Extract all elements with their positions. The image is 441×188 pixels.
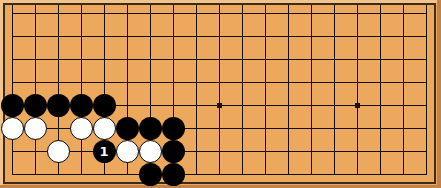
intersection-c10-r4 (231, 94, 254, 117)
intersection-c17-r7 (392, 163, 415, 186)
intersection-c18-r7 (415, 163, 438, 186)
intersection-c11-r6 (254, 140, 277, 163)
intersection-c10-r0 (231, 2, 254, 25)
intersection-c11-r3 (254, 71, 277, 94)
intersection-c7-r5 (162, 117, 185, 140)
intersection-c9-r1 (208, 25, 231, 48)
intersection-c7-r0 (162, 2, 185, 25)
intersection-c1-r6 (24, 140, 47, 163)
intersection-c14-r7 (323, 163, 346, 186)
black-stone (139, 163, 162, 186)
intersection-c18-r4 (415, 94, 438, 117)
intersection-c4-r6: 1 (93, 140, 116, 163)
intersection-c2-r3 (47, 71, 70, 94)
intersection-c5-r1 (116, 25, 139, 48)
intersection-c16-r6 (369, 140, 392, 163)
intersection-c15-r6 (346, 140, 369, 163)
intersection-c8-r1 (185, 25, 208, 48)
intersection-c0-r5 (1, 117, 24, 140)
intersection-c17-r6 (392, 140, 415, 163)
intersection-c14-r0 (323, 2, 346, 25)
white-stone (139, 140, 162, 163)
intersection-c5-r3 (116, 71, 139, 94)
intersection-c0-r6 (1, 140, 24, 163)
intersection-c3-r5 (70, 117, 93, 140)
white-stone (93, 117, 116, 140)
intersection-c1-r3 (24, 71, 47, 94)
black-stone (139, 117, 162, 140)
intersection-c6-r5 (139, 117, 162, 140)
intersection-c12-r6 (277, 140, 300, 163)
intersection-c3-r2 (70, 48, 93, 71)
intersection-c7-r3 (162, 71, 185, 94)
intersection-c12-r3 (277, 71, 300, 94)
intersection-c3-r1 (70, 25, 93, 48)
black-stone (116, 117, 139, 140)
intersection-c1-r2 (24, 48, 47, 71)
intersection-c12-r0 (277, 2, 300, 25)
intersection-c6-r7 (139, 163, 162, 186)
intersection-c12-r7 (277, 163, 300, 186)
intersection-c10-r6 (231, 140, 254, 163)
intersection-c12-r1 (277, 25, 300, 48)
intersection-c8-r6 (185, 140, 208, 163)
move-number-label: 1 (99, 145, 108, 158)
intersection-c13-r5 (300, 117, 323, 140)
intersection-c10-r3 (231, 71, 254, 94)
intersection-c15-r5 (346, 117, 369, 140)
intersection-c4-r1 (93, 25, 116, 48)
intersection-c13-r3 (300, 71, 323, 94)
intersection-c12-r4 (277, 94, 300, 117)
intersection-c10-r5 (231, 117, 254, 140)
intersection-c0-r2 (1, 48, 24, 71)
intersection-c10-r1 (231, 25, 254, 48)
intersection-c1-r5 (24, 117, 47, 140)
intersection-c3-r3 (70, 71, 93, 94)
intersection-c8-r2 (185, 48, 208, 71)
intersection-c16-r4 (369, 94, 392, 117)
intersection-c7-r1 (162, 25, 185, 48)
intersection-c12-r5 (277, 117, 300, 140)
intersection-c2-r5 (47, 117, 70, 140)
intersection-c4-r0 (93, 2, 116, 25)
intersection-c1-r1 (24, 25, 47, 48)
intersection-c2-r1 (47, 25, 70, 48)
intersection-c4-r4 (93, 94, 116, 117)
intersection-c5-r4 (116, 94, 139, 117)
intersection-c5-r7 (116, 163, 139, 186)
intersection-c9-r6 (208, 140, 231, 163)
intersection-c4-r3 (93, 71, 116, 94)
black-stone (1, 94, 24, 117)
black-stone (93, 94, 116, 117)
intersection-c6-r6 (139, 140, 162, 163)
intersection-c5-r5 (116, 117, 139, 140)
intersection-c11-r2 (254, 48, 277, 71)
intersection-c8-r4 (185, 94, 208, 117)
intersection-c18-r2 (415, 48, 438, 71)
intersection-c13-r0 (300, 2, 323, 25)
intersection-c10-r2 (231, 48, 254, 71)
intersection-c8-r5 (185, 117, 208, 140)
intersection-c14-r1 (323, 25, 346, 48)
intersection-c4-r5 (93, 117, 116, 140)
intersection-c8-r7 (185, 163, 208, 186)
go-board-diagram: 1 (0, 0, 441, 188)
marked-black-stone: 1 (93, 140, 116, 163)
intersection-c9-r2 (208, 48, 231, 71)
intersection-c5-r0 (116, 2, 139, 25)
black-stone (24, 94, 47, 117)
intersection-c1-r4 (24, 94, 47, 117)
intersection-c16-r7 (369, 163, 392, 186)
intersection-c13-r7 (300, 163, 323, 186)
intersection-c10-r7 (231, 163, 254, 186)
bevel-shadow-right (437, 0, 441, 188)
intersection-c14-r5 (323, 117, 346, 140)
intersection-c0-r3 (1, 71, 24, 94)
star-point (217, 103, 222, 108)
black-stone (162, 163, 185, 186)
intersection-c0-r1 (1, 25, 24, 48)
intersection-c12-r2 (277, 48, 300, 71)
intersection-c2-r2 (47, 48, 70, 71)
intersection-c4-r7 (93, 163, 116, 186)
intersection-c2-r0 (47, 2, 70, 25)
intersection-c0-r7 (1, 163, 24, 186)
white-stone (70, 117, 93, 140)
board-grid: 1 (1, 2, 438, 186)
intersection-c17-r1 (392, 25, 415, 48)
white-stone (1, 117, 24, 140)
intersection-c7-r2 (162, 48, 185, 71)
intersection-c6-r4 (139, 94, 162, 117)
intersection-c6-r0 (139, 2, 162, 25)
intersection-c13-r2 (300, 48, 323, 71)
intersection-c3-r6 (70, 140, 93, 163)
black-stone (162, 117, 185, 140)
intersection-c18-r5 (415, 117, 438, 140)
intersection-c1-r0 (24, 2, 47, 25)
intersection-c14-r6 (323, 140, 346, 163)
intersection-c17-r0 (392, 2, 415, 25)
intersection-c7-r6 (162, 140, 185, 163)
star-point (355, 103, 360, 108)
intersection-c3-r0 (70, 2, 93, 25)
intersection-c6-r3 (139, 71, 162, 94)
intersection-c11-r5 (254, 117, 277, 140)
intersection-c9-r3 (208, 71, 231, 94)
intersection-c18-r6 (415, 140, 438, 163)
intersection-c8-r3 (185, 71, 208, 94)
intersection-c2-r7 (47, 163, 70, 186)
intersection-c17-r2 (392, 48, 415, 71)
intersection-c9-r4 (208, 94, 231, 117)
intersection-c9-r0 (208, 2, 231, 25)
intersection-c7-r4 (162, 94, 185, 117)
intersection-c1-r7 (24, 163, 47, 186)
intersection-c18-r0 (415, 2, 438, 25)
intersection-c16-r5 (369, 117, 392, 140)
intersection-c18-r1 (415, 25, 438, 48)
intersection-c16-r2 (369, 48, 392, 71)
intersection-c7-r7 (162, 163, 185, 186)
intersection-c15-r0 (346, 2, 369, 25)
intersection-c8-r0 (185, 2, 208, 25)
intersection-c3-r7 (70, 163, 93, 186)
intersection-c14-r2 (323, 48, 346, 71)
intersection-c9-r5 (208, 117, 231, 140)
intersection-c4-r2 (93, 48, 116, 71)
intersection-c17-r4 (392, 94, 415, 117)
intersection-c15-r3 (346, 71, 369, 94)
intersection-c16-r0 (369, 2, 392, 25)
intersection-c9-r7 (208, 163, 231, 186)
intersection-c6-r2 (139, 48, 162, 71)
intersection-c11-r0 (254, 2, 277, 25)
intersection-c14-r3 (323, 71, 346, 94)
intersection-c13-r4 (300, 94, 323, 117)
intersection-c3-r4 (70, 94, 93, 117)
intersection-c13-r6 (300, 140, 323, 163)
intersection-c16-r1 (369, 25, 392, 48)
intersection-c11-r7 (254, 163, 277, 186)
intersection-c15-r2 (346, 48, 369, 71)
intersection-c0-r0 (1, 2, 24, 25)
intersection-c17-r3 (392, 71, 415, 94)
intersection-c2-r4 (47, 94, 70, 117)
intersection-c11-r4 (254, 94, 277, 117)
intersection-c14-r4 (323, 94, 346, 117)
intersection-c15-r1 (346, 25, 369, 48)
intersection-c18-r3 (415, 71, 438, 94)
intersection-c2-r6 (47, 140, 70, 163)
intersection-c17-r5 (392, 117, 415, 140)
intersection-c16-r3 (369, 71, 392, 94)
black-stone (70, 94, 93, 117)
intersection-c6-r1 (139, 25, 162, 48)
intersection-c13-r1 (300, 25, 323, 48)
intersection-c5-r6 (116, 140, 139, 163)
intersection-c11-r1 (254, 25, 277, 48)
black-stone (162, 140, 185, 163)
intersection-c15-r7 (346, 163, 369, 186)
white-stone (47, 140, 70, 163)
intersection-c5-r2 (116, 48, 139, 71)
white-stone (24, 117, 47, 140)
black-stone (47, 94, 70, 117)
intersection-c0-r4 (1, 94, 24, 117)
white-stone (116, 140, 139, 163)
intersection-c15-r4 (346, 94, 369, 117)
